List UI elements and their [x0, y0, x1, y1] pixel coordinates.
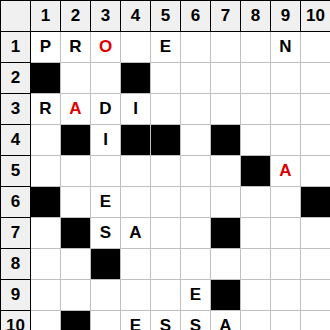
cell-r6c2[interactable]: [61, 187, 91, 218]
cell-r5c10[interactable]: [301, 156, 330, 187]
grid-row-1: 1PROEN: [1, 32, 330, 63]
cell-r4c3[interactable]: I: [91, 125, 121, 156]
cell-r2c8[interactable]: [241, 63, 271, 94]
cell-r3c4[interactable]: I: [121, 94, 151, 125]
cell-r7c6[interactable]: [181, 218, 211, 249]
cell-r4c2[interactable]: [61, 125, 91, 156]
cell-r5c1[interactable]: [31, 156, 61, 187]
cell-r3c2[interactable]: A: [61, 94, 91, 125]
col-header-5: 5: [151, 1, 181, 32]
cell-r8c9[interactable]: [271, 249, 301, 280]
col-header-6: 6: [181, 1, 211, 32]
col-header-8: 8: [241, 1, 271, 32]
cell-r9c8[interactable]: [241, 280, 271, 311]
cell-r5c8[interactable]: [241, 156, 271, 187]
cell-r9c3[interactable]: [91, 280, 121, 311]
cell-r8c2[interactable]: [61, 249, 91, 280]
col-header-4: 4: [121, 1, 151, 32]
cell-r4c10[interactable]: [301, 125, 330, 156]
row-header-3: 3: [1, 94, 31, 125]
cell-r8c7[interactable]: [211, 249, 241, 280]
row-header-6: 6: [1, 187, 31, 218]
row-header-2: 2: [1, 63, 31, 94]
cell-r6c6[interactable]: [181, 187, 211, 218]
cell-r1c3[interactable]: O: [91, 32, 121, 63]
crossword-board: 123456789101PROEN23RADI4I5A6E7SA89E10ESS…: [0, 0, 330, 330]
cell-r4c9[interactable]: [271, 125, 301, 156]
cell-r7c2[interactable]: [61, 218, 91, 249]
col-header-1: 1: [31, 1, 61, 32]
cell-r1c10[interactable]: [301, 32, 330, 63]
cell-r9c4[interactable]: [121, 280, 151, 311]
cell-r8c4[interactable]: [121, 249, 151, 280]
cell-r1c9[interactable]: N: [271, 32, 301, 63]
cell-r8c3[interactable]: [91, 249, 121, 280]
cell-r3c5[interactable]: [151, 94, 181, 125]
grid-row-10: 10ESSA: [1, 311, 330, 330]
col-header-2: 2: [61, 1, 91, 32]
cell-r10c1[interactable]: [31, 311, 61, 330]
cell-r10c3[interactable]: [91, 311, 121, 330]
cell-r6c4[interactable]: [121, 187, 151, 218]
cell-r7c1[interactable]: [31, 218, 61, 249]
cell-r4c5[interactable]: [151, 125, 181, 156]
cell-r7c7[interactable]: [211, 218, 241, 249]
cell-r10c7[interactable]: A: [211, 311, 241, 330]
cell-r6c9[interactable]: [271, 187, 301, 218]
cell-r2c5[interactable]: [151, 63, 181, 94]
cell-r5c5[interactable]: [151, 156, 181, 187]
cell-r7c5[interactable]: [151, 218, 181, 249]
cell-r10c10[interactable]: [301, 311, 330, 330]
cell-r1c1[interactable]: P: [31, 32, 61, 63]
cell-r2c4[interactable]: [121, 63, 151, 94]
cell-r3c6[interactable]: [181, 94, 211, 125]
grid-row-5: 5A: [1, 156, 330, 187]
column-header-row: 12345678910: [1, 1, 330, 32]
cell-r9c7[interactable]: [211, 280, 241, 311]
cell-r2c7[interactable]: [211, 63, 241, 94]
grid-row-7: 7SA: [1, 218, 330, 249]
cell-r10c2[interactable]: [61, 311, 91, 330]
cell-r1c7[interactable]: [211, 32, 241, 63]
row-header-5: 5: [1, 156, 31, 187]
cell-r7c3[interactable]: S: [91, 218, 121, 249]
grid-row-8: 8: [1, 249, 330, 280]
cell-r6c10[interactable]: [301, 187, 330, 218]
cell-r3c3[interactable]: D: [91, 94, 121, 125]
col-header-7: 7: [211, 1, 241, 32]
row-header-4: 4: [1, 125, 31, 156]
cell-r4c6[interactable]: [181, 125, 211, 156]
cell-r10c8[interactable]: [241, 311, 271, 330]
cell-r3c1[interactable]: R: [31, 94, 61, 125]
grid-row-9: 9E: [1, 280, 330, 311]
cell-r3c8[interactable]: [241, 94, 271, 125]
cell-r1c6[interactable]: [181, 32, 211, 63]
cell-r4c4[interactable]: [121, 125, 151, 156]
cell-r6c1[interactable]: [31, 187, 61, 218]
cell-r8c1[interactable]: [31, 249, 61, 280]
cell-r10c5[interactable]: S: [151, 311, 181, 330]
cell-r6c8[interactable]: [241, 187, 271, 218]
cell-r7c4[interactable]: A: [121, 218, 151, 249]
row-header-10: 10: [1, 311, 31, 330]
crossword-grid: 123456789101PROEN23RADI4I5A6E7SA89E10ESS…: [0, 0, 330, 330]
cell-r3c9[interactable]: [271, 94, 301, 125]
cell-r8c8[interactable]: [241, 249, 271, 280]
cell-r9c1[interactable]: [31, 280, 61, 311]
cell-r3c7[interactable]: [211, 94, 241, 125]
corner-cell: [1, 1, 31, 32]
col-header-9: 9: [271, 1, 301, 32]
cell-r8c6[interactable]: [181, 249, 211, 280]
row-header-7: 7: [1, 218, 31, 249]
row-header-8: 8: [1, 249, 31, 280]
cell-r2c3[interactable]: [91, 63, 121, 94]
cell-r4c1[interactable]: [31, 125, 61, 156]
cell-r6c3[interactable]: E: [91, 187, 121, 218]
cell-r7c10[interactable]: [301, 218, 330, 249]
grid-row-3: 3RADI: [1, 94, 330, 125]
grid-row-2: 2: [1, 63, 330, 94]
cell-r1c8[interactable]: [241, 32, 271, 63]
cell-r2c1[interactable]: [31, 63, 61, 94]
cell-r2c2[interactable]: [61, 63, 91, 94]
cell-r2c10[interactable]: [301, 63, 330, 94]
cell-r1c2[interactable]: R: [61, 32, 91, 63]
cell-r10c9[interactable]: [271, 311, 301, 330]
cell-r8c5[interactable]: [151, 249, 181, 280]
cell-r2c9[interactable]: [271, 63, 301, 94]
cell-r9c2[interactable]: [61, 280, 91, 311]
grid-row-6: 6E: [1, 187, 330, 218]
cell-r1c5[interactable]: E: [151, 32, 181, 63]
grid-row-4: 4I: [1, 125, 330, 156]
cell-r4c7[interactable]: [211, 125, 241, 156]
cell-r2c6[interactable]: [181, 63, 211, 94]
cell-r7c8[interactable]: [241, 218, 271, 249]
col-header-10: 10: [301, 1, 330, 32]
row-header-1: 1: [1, 32, 31, 63]
cell-r9c9[interactable]: [271, 280, 301, 311]
cell-r7c9[interactable]: [271, 218, 301, 249]
cell-r9c10[interactable]: [301, 280, 330, 311]
cell-r5c7[interactable]: [211, 156, 241, 187]
cell-r9c5[interactable]: [151, 280, 181, 311]
cell-r5c9[interactable]: A: [271, 156, 301, 187]
cell-r5c4[interactable]: [121, 156, 151, 187]
cell-r4c8[interactable]: [241, 125, 271, 156]
cell-r6c7[interactable]: [211, 187, 241, 218]
cell-r10c6[interactable]: S: [181, 311, 211, 330]
cell-r5c2[interactable]: [61, 156, 91, 187]
cell-r9c6[interactable]: E: [181, 280, 211, 311]
cell-r8c10[interactable]: [301, 249, 330, 280]
row-header-9: 9: [1, 280, 31, 311]
cell-r10c4[interactable]: E: [121, 311, 151, 330]
cell-r5c3[interactable]: [91, 156, 121, 187]
cell-r3c10[interactable]: [301, 94, 330, 125]
col-header-3: 3: [91, 1, 121, 32]
cell-r5c6[interactable]: [181, 156, 211, 187]
cell-r1c4[interactable]: [121, 32, 151, 63]
cell-r6c5[interactable]: [151, 187, 181, 218]
